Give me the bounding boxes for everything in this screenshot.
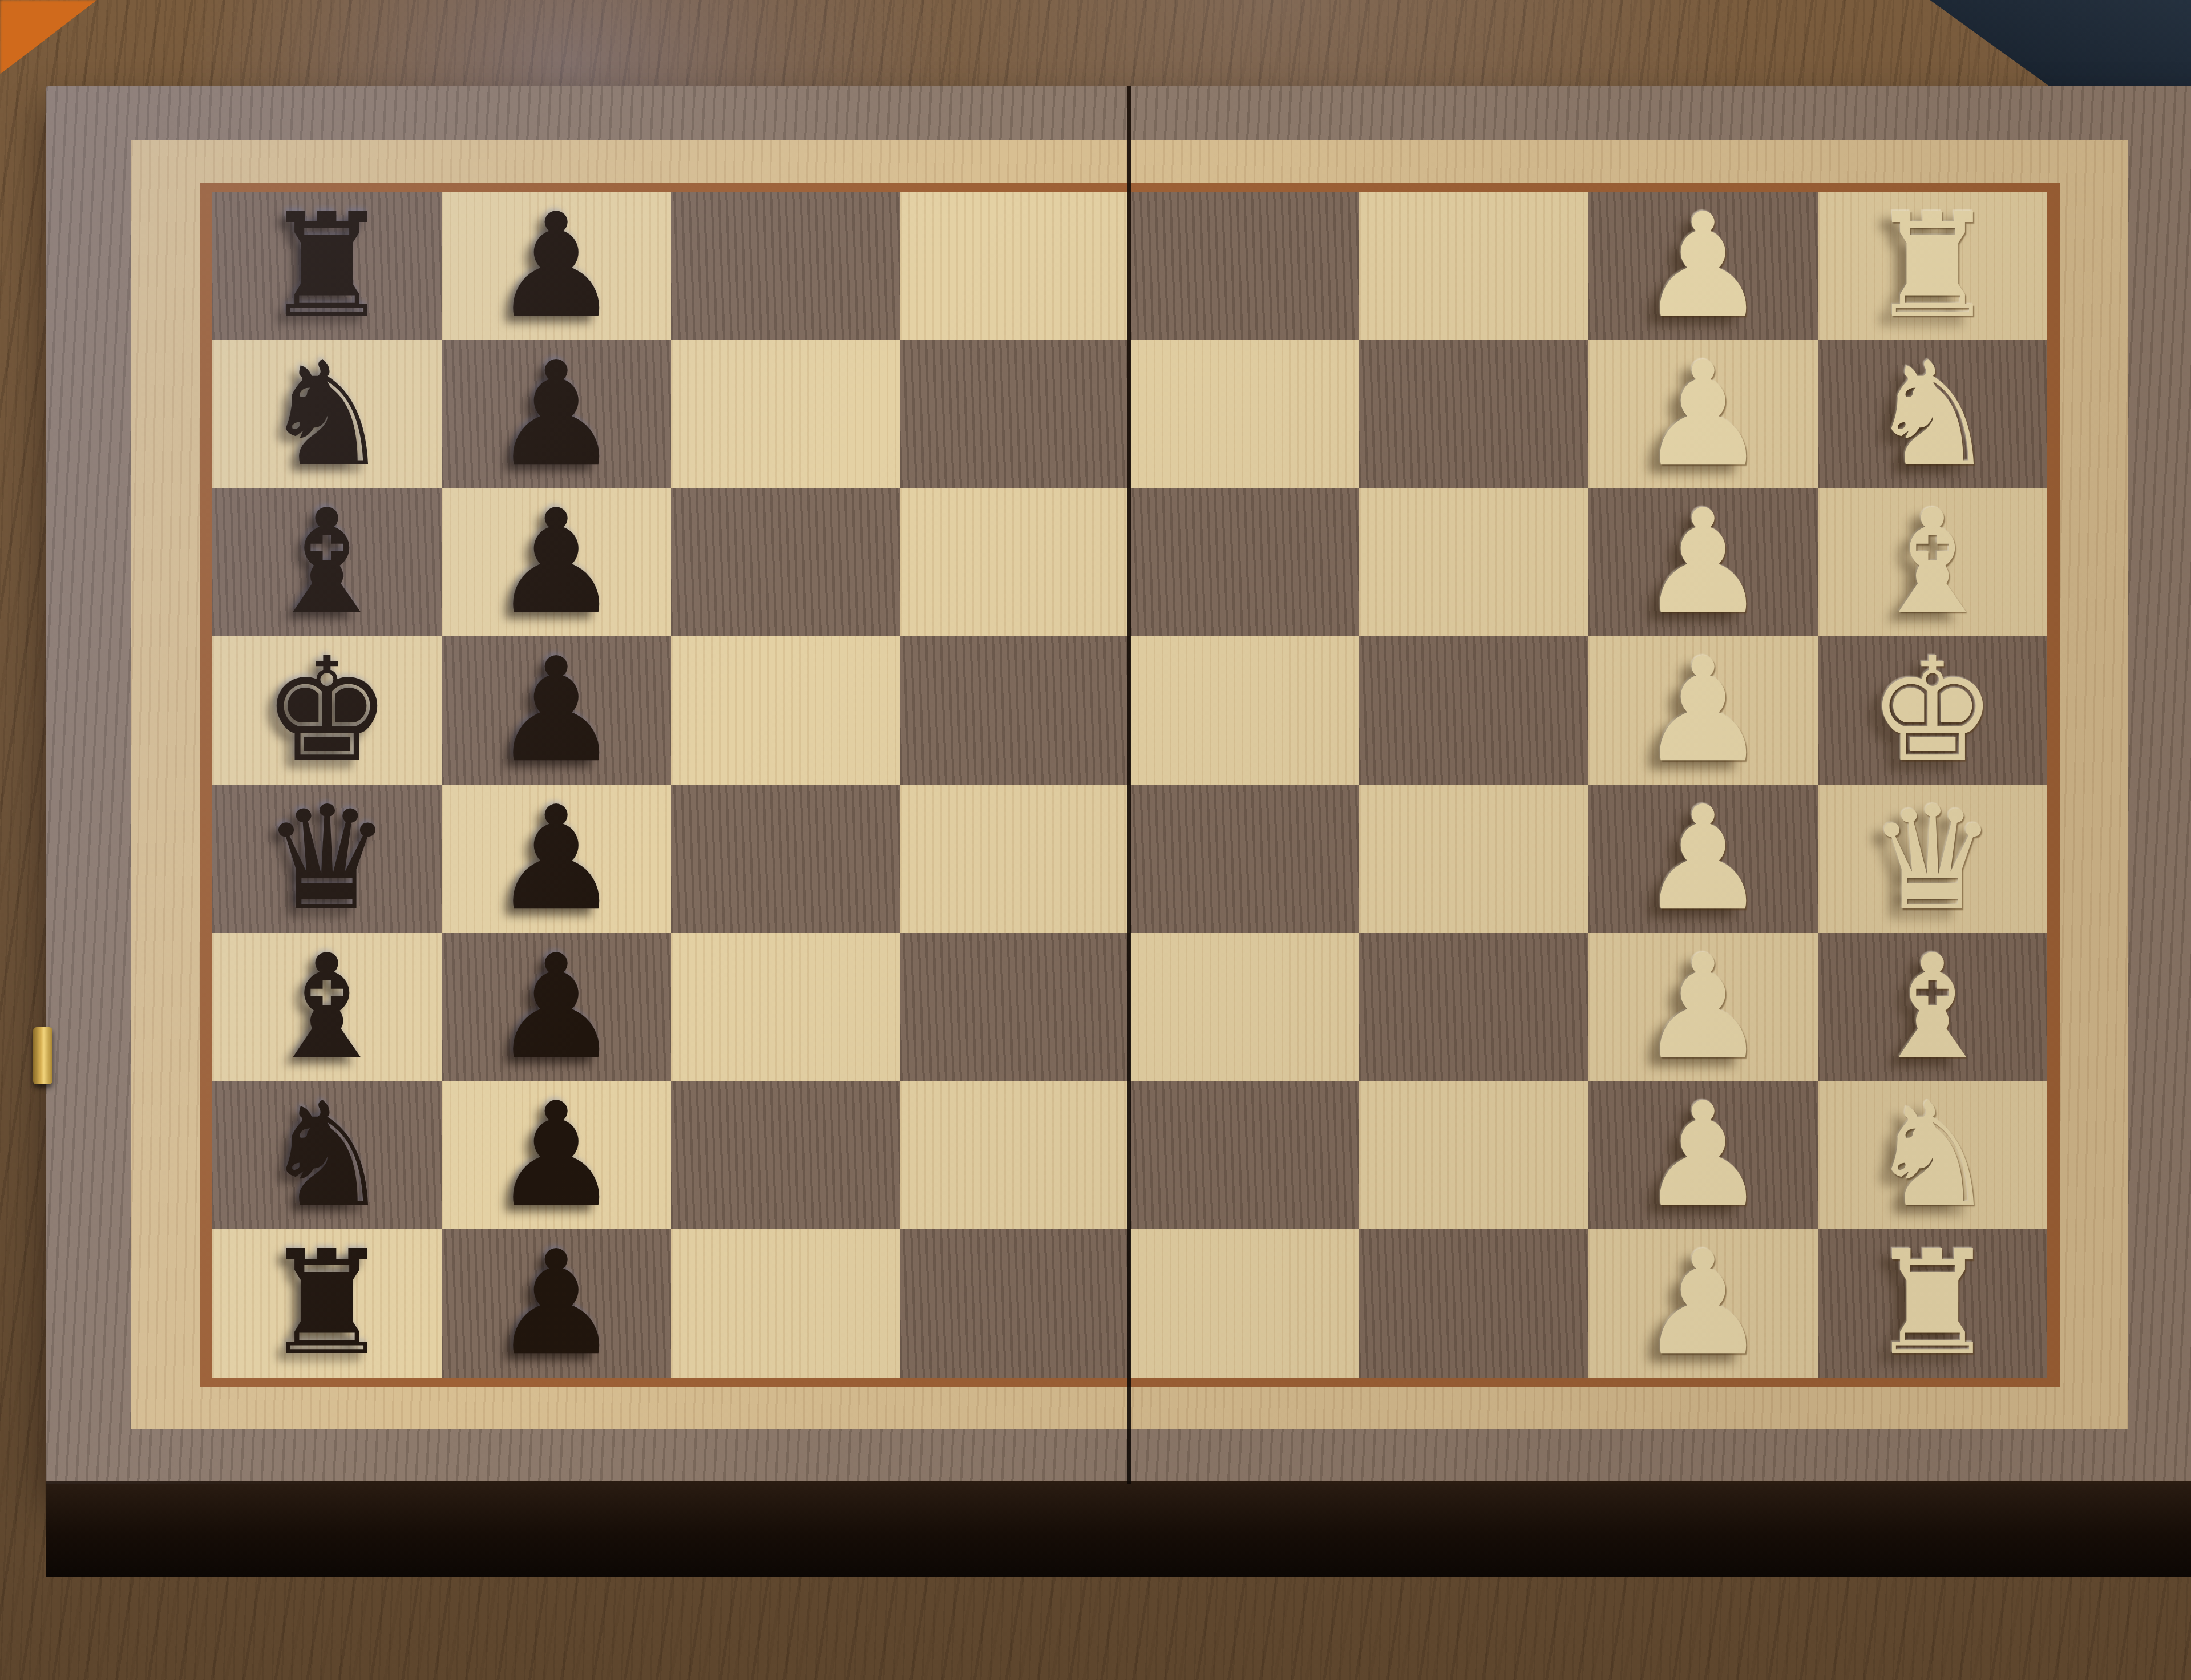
square-f4 xyxy=(1130,488,1359,637)
square-b1: ♞ xyxy=(1818,1081,2047,1230)
square-h1: ♜ xyxy=(1818,192,2047,340)
square-a4 xyxy=(1130,1229,1359,1378)
square-g2: ♟ xyxy=(1588,340,1818,488)
square-c2: ♟ xyxy=(1588,933,1818,1081)
piece-white-knight: ♞ xyxy=(1868,1083,1997,1227)
square-h8: ♜ xyxy=(212,192,442,340)
square-c4 xyxy=(1130,933,1359,1081)
square-e7: ♟ xyxy=(442,636,671,785)
square-b6 xyxy=(671,1081,900,1230)
square-c5 xyxy=(900,933,1130,1081)
piece-black-queen: ♛ xyxy=(262,787,391,931)
piece-black-knight: ♞ xyxy=(262,1083,391,1227)
piece-white-pawn: ♟ xyxy=(1639,194,1768,338)
piece-black-king: ♚ xyxy=(262,639,391,782)
square-b8: ♞ xyxy=(212,1081,442,1230)
piece-white-bishop: ♝ xyxy=(1868,935,1997,1079)
brass-hinge xyxy=(33,1027,52,1084)
piece-white-pawn: ♟ xyxy=(1639,1083,1768,1227)
square-g4 xyxy=(1130,340,1359,488)
piece-white-knight: ♞ xyxy=(1868,342,1997,486)
piece-black-bishop: ♝ xyxy=(262,935,391,1079)
square-d7: ♟ xyxy=(442,785,671,933)
square-f5 xyxy=(900,488,1130,637)
square-f8: ♝ xyxy=(212,488,442,637)
square-d5 xyxy=(900,785,1130,933)
piece-white-pawn: ♟ xyxy=(1639,639,1768,782)
square-f7: ♟ xyxy=(442,488,671,637)
square-a3 xyxy=(1359,1229,1588,1378)
square-h4 xyxy=(1130,192,1359,340)
square-b2: ♟ xyxy=(1588,1081,1818,1230)
square-b3 xyxy=(1359,1081,1588,1230)
piece-white-pawn: ♟ xyxy=(1639,787,1768,931)
orange-object-top-left xyxy=(0,0,97,74)
board-front-edge xyxy=(46,1481,2191,1577)
piece-white-pawn: ♟ xyxy=(1639,935,1768,1079)
square-d6 xyxy=(671,785,900,933)
piece-black-pawn: ♟ xyxy=(492,935,621,1079)
square-b4 xyxy=(1130,1081,1359,1230)
square-e5 xyxy=(900,636,1130,785)
square-e6 xyxy=(671,636,900,785)
square-h6 xyxy=(671,192,900,340)
square-g7: ♟ xyxy=(442,340,671,488)
square-a6 xyxy=(671,1229,900,1378)
piece-black-pawn: ♟ xyxy=(492,194,621,338)
square-e3 xyxy=(1359,636,1588,785)
square-b7: ♟ xyxy=(442,1081,671,1230)
square-d8: ♛ xyxy=(212,785,442,933)
piece-white-rook: ♜ xyxy=(1868,194,1997,338)
square-c6 xyxy=(671,933,900,1081)
square-f1: ♝ xyxy=(1818,488,2047,637)
square-h2: ♟ xyxy=(1588,192,1818,340)
square-e8: ♚ xyxy=(212,636,442,785)
square-h7: ♟ xyxy=(442,192,671,340)
piece-white-king: ♚ xyxy=(1868,639,1997,782)
piece-black-pawn: ♟ xyxy=(492,1231,621,1375)
square-g5 xyxy=(900,340,1130,488)
piece-black-rook: ♜ xyxy=(262,1231,391,1375)
square-e1: ♚ xyxy=(1818,636,2047,785)
square-f2: ♟ xyxy=(1588,488,1818,637)
piece-black-pawn: ♟ xyxy=(492,342,621,486)
square-g6 xyxy=(671,340,900,488)
piece-black-rook: ♜ xyxy=(262,194,391,338)
photo-scene: ♜♟♟♜♞♟♟♞♝♟♟♝♚♟♟♚♛♟♟♛♝♟♟♝♞♟♟♞♜♟♟♜ xyxy=(0,0,2191,1680)
square-b5 xyxy=(900,1081,1130,1230)
square-a2: ♟ xyxy=(1588,1229,1818,1378)
piece-white-pawn: ♟ xyxy=(1639,342,1768,486)
square-e2: ♟ xyxy=(1588,636,1818,785)
chess-board: ♜♟♟♜♞♟♟♞♝♟♟♝♚♟♟♚♛♟♟♛♝♟♟♝♞♟♟♞♜♟♟♜ xyxy=(46,86,2191,1484)
piece-white-pawn: ♟ xyxy=(1639,1231,1768,1375)
piece-white-bishop: ♝ xyxy=(1868,490,1997,634)
square-a1: ♜ xyxy=(1818,1229,2047,1378)
square-a7: ♟ xyxy=(442,1229,671,1378)
square-f6 xyxy=(671,488,900,637)
square-c7: ♟ xyxy=(442,933,671,1081)
piece-white-pawn: ♟ xyxy=(1639,490,1768,634)
piece-black-bishop: ♝ xyxy=(262,490,391,634)
square-d2: ♟ xyxy=(1588,785,1818,933)
piece-white-queen: ♛ xyxy=(1868,787,1997,931)
square-g1: ♞ xyxy=(1818,340,2047,488)
square-g8: ♞ xyxy=(212,340,442,488)
piece-white-rook: ♜ xyxy=(1868,1231,1997,1375)
piece-black-knight: ♞ xyxy=(262,342,391,486)
piece-black-pawn: ♟ xyxy=(492,490,621,634)
piece-black-pawn: ♟ xyxy=(492,639,621,782)
piece-black-pawn: ♟ xyxy=(492,1083,621,1227)
square-h3 xyxy=(1359,192,1588,340)
square-c1: ♝ xyxy=(1818,933,2047,1081)
square-a8: ♜ xyxy=(212,1229,442,1378)
square-c8: ♝ xyxy=(212,933,442,1081)
board-outer-walnut-frame: ♜♟♟♜♞♟♟♞♝♟♟♝♚♟♟♚♛♟♟♛♝♟♟♝♞♟♟♞♜♟♟♜ xyxy=(46,86,2191,1484)
square-h5 xyxy=(900,192,1130,340)
fold-seam xyxy=(1127,86,1131,1484)
square-f3 xyxy=(1359,488,1588,637)
piece-black-pawn: ♟ xyxy=(492,787,621,931)
square-a5 xyxy=(900,1229,1130,1378)
square-e4 xyxy=(1130,636,1359,785)
square-g3 xyxy=(1359,340,1588,488)
square-c3 xyxy=(1359,933,1588,1081)
square-d1: ♛ xyxy=(1818,785,2047,933)
square-d3 xyxy=(1359,785,1588,933)
square-d4 xyxy=(1130,785,1359,933)
